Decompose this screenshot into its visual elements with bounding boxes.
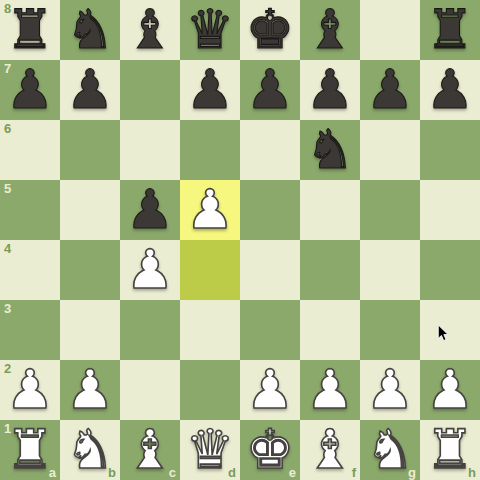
piece-black-pawn-c5[interactable]: ♟ xyxy=(120,180,180,240)
rank-label-6: 6 xyxy=(4,121,11,136)
piece-white-knight-b1[interactable]: ♞ xyxy=(60,420,120,480)
piece-black-rook-h8[interactable]: ♜ xyxy=(420,0,480,60)
square-h7[interactable]: ♟ xyxy=(420,60,480,120)
square-f8[interactable]: ♝ xyxy=(300,0,360,60)
piece-white-pawn-g2[interactable]: ♟ xyxy=(360,360,420,420)
square-b6[interactable] xyxy=(60,120,120,180)
piece-black-bishop-c8[interactable]: ♝ xyxy=(120,0,180,60)
square-d5[interactable]: ♟ xyxy=(180,180,240,240)
square-f6[interactable]: ♞ xyxy=(300,120,360,180)
square-b7[interactable]: ♟ xyxy=(60,60,120,120)
piece-black-pawn-a7[interactable]: ♟ xyxy=(0,60,60,120)
square-g5[interactable] xyxy=(360,180,420,240)
piece-white-king-e1[interactable]: ♚ xyxy=(240,420,300,480)
square-h6[interactable] xyxy=(420,120,480,180)
square-h4[interactable] xyxy=(420,240,480,300)
square-c4[interactable]: ♟ xyxy=(120,240,180,300)
piece-white-pawn-c4[interactable]: ♟ xyxy=(120,240,180,300)
piece-white-knight-g1[interactable]: ♞ xyxy=(360,420,420,480)
piece-black-knight-f6[interactable]: ♞ xyxy=(300,120,360,180)
square-g4[interactable] xyxy=(360,240,420,300)
square-b4[interactable] xyxy=(60,240,120,300)
piece-black-rook-a8[interactable]: ♜ xyxy=(0,0,60,60)
square-e1[interactable]: e♚ xyxy=(240,420,300,480)
piece-black-knight-b8[interactable]: ♞ xyxy=(60,0,120,60)
square-e3[interactable] xyxy=(240,300,300,360)
square-f4[interactable] xyxy=(300,240,360,300)
square-g6[interactable] xyxy=(360,120,420,180)
piece-white-bishop-f1[interactable]: ♝ xyxy=(300,420,360,480)
piece-white-queen-d1[interactable]: ♛ xyxy=(180,420,240,480)
square-b1[interactable]: b♞ xyxy=(60,420,120,480)
square-h5[interactable] xyxy=(420,180,480,240)
square-g8[interactable] xyxy=(360,0,420,60)
piece-white-pawn-e2[interactable]: ♟ xyxy=(240,360,300,420)
square-e4[interactable] xyxy=(240,240,300,300)
square-a4[interactable]: 4 xyxy=(0,240,60,300)
square-e7[interactable]: ♟ xyxy=(240,60,300,120)
rank-label-5: 5 xyxy=(4,181,11,196)
piece-black-pawn-d7[interactable]: ♟ xyxy=(180,60,240,120)
square-a3[interactable]: 3 xyxy=(0,300,60,360)
square-a2[interactable]: 2♟ xyxy=(0,360,60,420)
square-d6[interactable] xyxy=(180,120,240,180)
square-e8[interactable]: ♚ xyxy=(240,0,300,60)
square-g3[interactable] xyxy=(360,300,420,360)
piece-white-pawn-b2[interactable]: ♟ xyxy=(60,360,120,420)
piece-black-pawn-f7[interactable]: ♟ xyxy=(300,60,360,120)
square-c5[interactable]: ♟ xyxy=(120,180,180,240)
piece-black-queen-d8[interactable]: ♛ xyxy=(180,0,240,60)
square-e5[interactable] xyxy=(240,180,300,240)
square-h2[interactable]: ♟ xyxy=(420,360,480,420)
square-g2[interactable]: ♟ xyxy=(360,360,420,420)
square-f7[interactable]: ♟ xyxy=(300,60,360,120)
square-h8[interactable]: ♜ xyxy=(420,0,480,60)
square-h3[interactable] xyxy=(420,300,480,360)
square-c2[interactable] xyxy=(120,360,180,420)
piece-white-bishop-c1[interactable]: ♝ xyxy=(120,420,180,480)
piece-white-pawn-f2[interactable]: ♟ xyxy=(300,360,360,420)
square-e2[interactable]: ♟ xyxy=(240,360,300,420)
square-a7[interactable]: 7♟ xyxy=(0,60,60,120)
piece-black-pawn-g7[interactable]: ♟ xyxy=(360,60,420,120)
square-f2[interactable]: ♟ xyxy=(300,360,360,420)
square-h1[interactable]: h♜ xyxy=(420,420,480,480)
square-d7[interactable]: ♟ xyxy=(180,60,240,120)
square-e6[interactable] xyxy=(240,120,300,180)
piece-black-pawn-h7[interactable]: ♟ xyxy=(420,60,480,120)
piece-white-rook-a1[interactable]: ♜ xyxy=(0,420,60,480)
square-a5[interactable]: 5 xyxy=(0,180,60,240)
piece-white-rook-h1[interactable]: ♜ xyxy=(420,420,480,480)
square-a6[interactable]: 6 xyxy=(0,120,60,180)
square-d3[interactable] xyxy=(180,300,240,360)
chess-board-wrapper: 8♜♞♝♛♚♝♜7♟♟♟♟♟♟♟6♞5♟♟4♟32♟♟♟♟♟♟1a♜b♞c♝d♛… xyxy=(0,0,480,480)
square-d4[interactable] xyxy=(180,240,240,300)
square-c7[interactable] xyxy=(120,60,180,120)
piece-black-bishop-f8[interactable]: ♝ xyxy=(300,0,360,60)
square-f3[interactable] xyxy=(300,300,360,360)
square-d2[interactable] xyxy=(180,360,240,420)
square-b5[interactable] xyxy=(60,180,120,240)
rank-label-4: 4 xyxy=(4,241,11,256)
square-a1[interactable]: 1a♜ xyxy=(0,420,60,480)
square-f5[interactable] xyxy=(300,180,360,240)
square-c1[interactable]: c♝ xyxy=(120,420,180,480)
chess-board: 8♜♞♝♛♚♝♜7♟♟♟♟♟♟♟6♞5♟♟4♟32♟♟♟♟♟♟1a♜b♞c♝d♛… xyxy=(0,0,480,480)
square-g7[interactable]: ♟ xyxy=(360,60,420,120)
piece-white-pawn-d5[interactable]: ♟ xyxy=(180,180,240,240)
square-a8[interactable]: 8♜ xyxy=(0,0,60,60)
square-b8[interactable]: ♞ xyxy=(60,0,120,60)
square-b2[interactable]: ♟ xyxy=(60,360,120,420)
piece-black-king-e8[interactable]: ♚ xyxy=(240,0,300,60)
square-d1[interactable]: d♛ xyxy=(180,420,240,480)
piece-white-pawn-a2[interactable]: ♟ xyxy=(0,360,60,420)
rank-label-3: 3 xyxy=(4,301,11,316)
piece-black-pawn-e7[interactable]: ♟ xyxy=(240,60,300,120)
square-d8[interactable]: ♛ xyxy=(180,0,240,60)
square-c3[interactable] xyxy=(120,300,180,360)
square-g1[interactable]: g♞ xyxy=(360,420,420,480)
piece-black-pawn-b7[interactable]: ♟ xyxy=(60,60,120,120)
square-b3[interactable] xyxy=(60,300,120,360)
square-c6[interactable] xyxy=(120,120,180,180)
square-c8[interactable]: ♝ xyxy=(120,0,180,60)
square-f1[interactable]: f♝ xyxy=(300,420,360,480)
piece-white-pawn-h2[interactable]: ♟ xyxy=(420,360,480,420)
